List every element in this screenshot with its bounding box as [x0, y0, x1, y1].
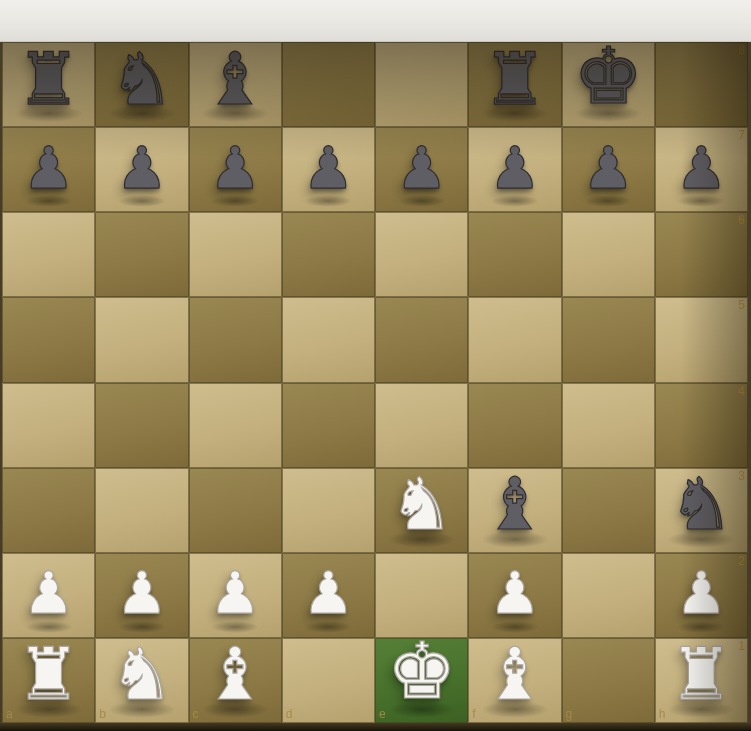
- piece-white-knight[interactable]: ♞: [389, 468, 454, 540]
- square-b4[interactable]: [95, 383, 188, 468]
- square-e6[interactable]: [375, 212, 468, 297]
- square-d2[interactable]: ♟: [282, 553, 375, 638]
- square-c2[interactable]: ♟: [189, 553, 282, 638]
- square-e2[interactable]: [375, 553, 468, 638]
- square-g5[interactable]: [562, 297, 655, 382]
- square-h7[interactable]: 7♟: [655, 127, 748, 212]
- square-h5[interactable]: 5: [655, 297, 748, 382]
- square-c1[interactable]: c♝: [189, 638, 282, 723]
- piece-black-pawn[interactable]: ♟: [209, 139, 261, 197]
- rank-label-7: 7: [738, 129, 745, 141]
- square-h8[interactable]: 8: [655, 42, 748, 127]
- piece-black-bishop[interactable]: ♝: [203, 43, 268, 115]
- square-b1[interactable]: b♞: [95, 638, 188, 723]
- file-label-h: h: [659, 708, 666, 720]
- square-b6[interactable]: [95, 212, 188, 297]
- square-c4[interactable]: [189, 383, 282, 468]
- square-g2[interactable]: [562, 553, 655, 638]
- square-d6[interactable]: [282, 212, 375, 297]
- piece-white-rook[interactable]: ♜: [669, 638, 734, 710]
- square-g3[interactable]: [562, 468, 655, 553]
- rank-label-2: 2: [738, 555, 745, 567]
- square-e8[interactable]: [375, 42, 468, 127]
- file-label-f: f: [472, 708, 475, 720]
- square-h2[interactable]: 2♟: [655, 553, 748, 638]
- file-label-b: b: [99, 708, 106, 720]
- piece-white-pawn[interactable]: ♟: [23, 564, 75, 622]
- square-f5[interactable]: [468, 297, 561, 382]
- square-f6[interactable]: [468, 212, 561, 297]
- rank-label-4: 4: [738, 385, 745, 397]
- piece-white-pawn[interactable]: ♟: [675, 564, 727, 622]
- piece-white-king[interactable]: ♚: [387, 632, 457, 710]
- piece-black-rook[interactable]: ♜: [483, 43, 548, 115]
- square-c6[interactable]: [189, 212, 282, 297]
- square-a2[interactable]: ♟: [2, 553, 95, 638]
- square-b5[interactable]: [95, 297, 188, 382]
- piece-black-pawn[interactable]: ♟: [116, 139, 168, 197]
- square-g1[interactable]: g: [562, 638, 655, 723]
- piece-white-pawn[interactable]: ♟: [116, 564, 168, 622]
- piece-black-king[interactable]: ♚: [573, 37, 643, 115]
- square-g8[interactable]: ♚: [562, 42, 655, 127]
- piece-white-pawn[interactable]: ♟: [209, 564, 261, 622]
- square-g6[interactable]: [562, 212, 655, 297]
- piece-black-knight[interactable]: ♞: [669, 468, 734, 540]
- piece-black-pawn[interactable]: ♟: [302, 139, 354, 197]
- square-b3[interactable]: [95, 468, 188, 553]
- square-a7[interactable]: ♟: [2, 127, 95, 212]
- square-a8[interactable]: ♜: [2, 42, 95, 127]
- square-d5[interactable]: [282, 297, 375, 382]
- square-d8[interactable]: [282, 42, 375, 127]
- file-label-e: e: [379, 708, 386, 720]
- file-label-g: g: [566, 708, 573, 720]
- square-b2[interactable]: ♟: [95, 553, 188, 638]
- square-f1[interactable]: f♝: [468, 638, 561, 723]
- square-d3[interactable]: [282, 468, 375, 553]
- square-c5[interactable]: [189, 297, 282, 382]
- square-a3[interactable]: [2, 468, 95, 553]
- piece-black-rook[interactable]: ♜: [16, 43, 81, 115]
- square-c8[interactable]: ♝: [189, 42, 282, 127]
- square-h1[interactable]: 1h♜: [655, 638, 748, 723]
- square-b7[interactable]: ♟: [95, 127, 188, 212]
- square-a4[interactable]: [2, 383, 95, 468]
- rank-label-6: 6: [738, 214, 745, 226]
- piece-black-knight[interactable]: ♞: [110, 43, 175, 115]
- square-f7[interactable]: ♟: [468, 127, 561, 212]
- square-f3[interactable]: ♝: [468, 468, 561, 553]
- piece-black-pawn[interactable]: ♟: [23, 139, 75, 197]
- piece-black-bishop[interactable]: ♝: [483, 468, 548, 540]
- file-label-c: c: [193, 708, 199, 720]
- piece-black-pawn[interactable]: ♟: [582, 139, 634, 197]
- file-label-a: a: [6, 708, 13, 720]
- square-c7[interactable]: ♟: [189, 127, 282, 212]
- square-h4[interactable]: 4: [655, 383, 748, 468]
- rank-label-1: 1: [738, 640, 745, 652]
- chess-board: ♜♞♝♜♚8♟♟♟♟♟♟♟7♟654♞♝3♞♟♟♟♟♟2♟a♜b♞c♝de♚f♝…: [0, 42, 751, 723]
- piece-black-pawn[interactable]: ♟: [489, 139, 541, 197]
- piece-white-knight[interactable]: ♞: [110, 638, 175, 710]
- square-e4[interactable]: [375, 383, 468, 468]
- rank-label-5: 5: [738, 299, 745, 311]
- square-d4[interactable]: [282, 383, 375, 468]
- piece-black-pawn[interactable]: ♟: [396, 139, 448, 197]
- piece-white-rook[interactable]: ♜: [16, 638, 81, 710]
- square-d7[interactable]: ♟: [282, 127, 375, 212]
- square-e3[interactable]: ♞: [375, 468, 468, 553]
- square-e1[interactable]: e♚: [375, 638, 468, 723]
- square-d1[interactable]: d: [282, 638, 375, 723]
- square-a6[interactable]: [2, 212, 95, 297]
- square-b8[interactable]: ♞: [95, 42, 188, 127]
- square-g7[interactable]: ♟: [562, 127, 655, 212]
- file-label-d: d: [286, 708, 293, 720]
- square-f4[interactable]: [468, 383, 561, 468]
- square-a1[interactable]: a♜: [2, 638, 95, 723]
- square-g4[interactable]: [562, 383, 655, 468]
- piece-black-pawn[interactable]: ♟: [675, 139, 727, 197]
- square-e5[interactable]: [375, 297, 468, 382]
- square-f8[interactable]: ♜: [468, 42, 561, 127]
- chess-app-window: ♜♞♝♜♚8♟♟♟♟♟♟♟7♟654♞♝3♞♟♟♟♟♟2♟a♜b♞c♝de♚f♝…: [0, 0, 751, 731]
- square-f2[interactable]: ♟: [468, 553, 561, 638]
- board-bottom-edge: [0, 723, 751, 731]
- piece-white-bishop[interactable]: ♝: [483, 638, 548, 710]
- rank-label-3: 3: [738, 470, 745, 482]
- piece-white-pawn[interactable]: ♟: [489, 564, 541, 622]
- square-h6[interactable]: 6: [655, 212, 748, 297]
- square-a5[interactable]: [2, 297, 95, 382]
- piece-white-bishop[interactable]: ♝: [203, 638, 268, 710]
- square-h3[interactable]: 3♞: [655, 468, 748, 553]
- square-e7[interactable]: ♟: [375, 127, 468, 212]
- piece-white-pawn[interactable]: ♟: [302, 564, 354, 622]
- rank-label-8: 8: [738, 44, 745, 56]
- square-c3[interactable]: [189, 468, 282, 553]
